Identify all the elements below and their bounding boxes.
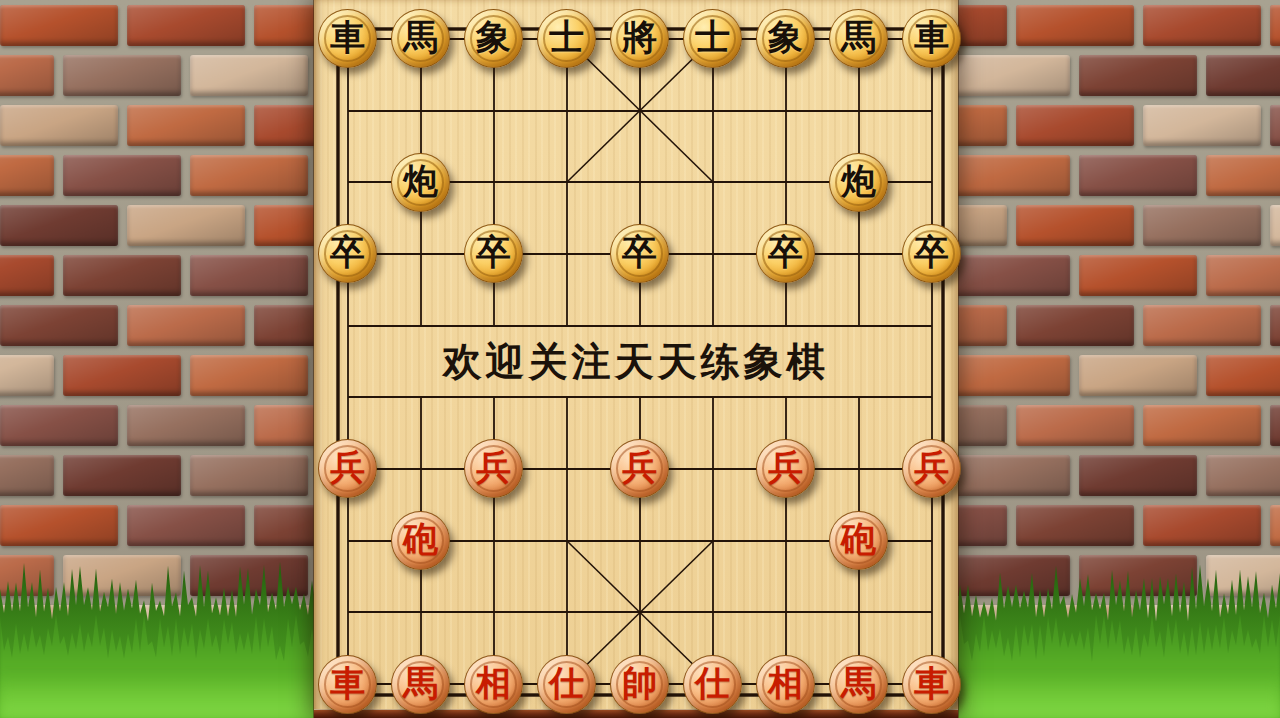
piece-glyph: 卒 — [914, 235, 949, 270]
brick-sheen — [190, 155, 308, 196]
brick — [1016, 305, 1134, 346]
brick-sheen — [1079, 55, 1197, 96]
piece-red-chariot[interactable]: 車 — [902, 655, 961, 714]
piece-glyph: 車 — [914, 666, 949, 701]
brick-sheen — [0, 55, 54, 96]
brick-sheen — [1143, 305, 1261, 346]
brick — [190, 155, 308, 196]
piece-red-general[interactable]: 帥 — [610, 655, 669, 714]
brick — [1270, 505, 1280, 546]
brick-sheen — [190, 255, 308, 296]
piece-red-cannon[interactable]: 砲 — [829, 511, 888, 570]
brick — [0, 405, 118, 446]
piece-black-soldier[interactable]: 卒 — [318, 224, 377, 283]
brick-sheen — [1270, 405, 1280, 446]
brick — [1016, 205, 1134, 246]
brick-sheen — [1206, 455, 1280, 496]
piece-glyph: 帥 — [622, 666, 657, 701]
brick — [190, 55, 308, 96]
piece-black-soldier[interactable]: 卒 — [464, 224, 523, 283]
piece-glyph: 馬 — [403, 20, 438, 55]
brick-sheen — [1270, 205, 1280, 246]
brick — [63, 355, 181, 396]
piece-black-chariot[interactable]: 車 — [318, 9, 377, 68]
brick — [1206, 355, 1280, 396]
brick — [0, 105, 118, 146]
brick-sheen — [1143, 405, 1261, 446]
brick — [127, 205, 245, 246]
piece-red-advisor[interactable]: 仕 — [683, 655, 742, 714]
brick-sheen — [1143, 105, 1261, 146]
piece-red-elephant[interactable]: 相 — [756, 655, 815, 714]
piece-black-chariot[interactable]: 車 — [902, 9, 961, 68]
piece-glyph: 車 — [914, 20, 949, 55]
brick-sheen — [1270, 5, 1280, 46]
brick — [1016, 505, 1134, 546]
piece-red-cannon[interactable]: 砲 — [391, 511, 450, 570]
brick — [190, 255, 308, 296]
brick — [1206, 255, 1280, 296]
brick — [63, 55, 181, 96]
piece-glyph: 兵 — [330, 450, 365, 485]
brick-sheen — [0, 305, 118, 346]
piece-glyph: 仕 — [549, 666, 584, 701]
brick-sheen — [952, 255, 1070, 296]
brick-sheen — [1016, 405, 1134, 446]
brick — [1270, 405, 1280, 446]
brick-sheen — [1016, 205, 1134, 246]
brick-sheen — [1143, 205, 1261, 246]
brick-sheen — [0, 455, 54, 496]
piece-glyph: 卒 — [330, 235, 365, 270]
piece-black-elephant[interactable]: 象 — [464, 9, 523, 68]
brick-sheen — [1270, 505, 1280, 546]
brick-sheen — [952, 355, 1070, 396]
brick-sheen — [0, 205, 118, 246]
piece-black-soldier[interactable]: 卒 — [902, 224, 961, 283]
brick-sheen — [127, 105, 245, 146]
brick-sheen — [63, 155, 181, 196]
piece-glyph: 兵 — [914, 450, 949, 485]
brick — [1079, 455, 1197, 496]
brick-sheen — [1079, 355, 1197, 396]
brick — [63, 455, 181, 496]
piece-glyph: 兵 — [476, 450, 511, 485]
piece-glyph: 將 — [622, 20, 657, 55]
brick — [1016, 5, 1134, 46]
brick-sheen — [1270, 305, 1280, 346]
brick-sheen — [127, 5, 245, 46]
piece-glyph: 馬 — [403, 666, 438, 701]
piece-black-horse[interactable]: 馬 — [829, 9, 888, 68]
piece-glyph: 炮 — [841, 164, 876, 199]
piece-black-cannon[interactable]: 炮 — [391, 153, 450, 212]
brick-sheen — [1079, 455, 1197, 496]
brick — [0, 55, 54, 96]
piece-black-soldier[interactable]: 卒 — [610, 224, 669, 283]
brick-sheen — [1079, 255, 1197, 296]
brick — [0, 305, 118, 346]
brick — [0, 355, 54, 396]
brick — [1079, 355, 1197, 396]
brick — [1143, 505, 1261, 546]
piece-black-general[interactable]: 將 — [610, 9, 669, 68]
brick-sheen — [1270, 105, 1280, 146]
brick-sheen — [1016, 305, 1134, 346]
brick-sheen — [127, 505, 245, 546]
piece-glyph: 象 — [476, 20, 511, 55]
brick-sheen — [1206, 155, 1280, 196]
brick — [0, 205, 118, 246]
brick-sheen — [63, 55, 181, 96]
brick — [1143, 205, 1261, 246]
brick — [1143, 305, 1261, 346]
piece-red-soldier[interactable]: 兵 — [318, 439, 377, 498]
piece-red-horse[interactable]: 馬 — [391, 655, 450, 714]
brick-sheen — [1206, 355, 1280, 396]
brick-sheen — [127, 205, 245, 246]
board-grid: 車馬象士將士象馬車炮炮卒卒卒卒卒兵兵兵兵兵砲砲車馬相仕帥仕相馬車 — [311, 3, 968, 718]
brick — [1079, 55, 1197, 96]
piece-black-cannon[interactable]: 炮 — [829, 153, 888, 212]
piece-glyph: 砲 — [403, 522, 438, 557]
piece-glyph: 相 — [768, 666, 803, 701]
brick-sheen — [0, 405, 118, 446]
brick — [63, 255, 181, 296]
piece-glyph: 馬 — [841, 666, 876, 701]
brick — [1079, 155, 1197, 196]
brick-sheen — [0, 355, 54, 396]
brick-sheen — [952, 455, 1070, 496]
brick — [952, 155, 1070, 196]
brick — [127, 505, 245, 546]
piece-glyph: 車 — [330, 666, 365, 701]
piece-glyph: 卒 — [476, 235, 511, 270]
piece-red-soldier[interactable]: 兵 — [902, 439, 961, 498]
piece-glyph: 士 — [549, 20, 584, 55]
brick-sheen — [1016, 105, 1134, 146]
piece-glyph: 炮 — [403, 164, 438, 199]
brick-sheen — [127, 405, 245, 446]
piece-red-elephant[interactable]: 相 — [464, 655, 523, 714]
brick — [1016, 105, 1134, 146]
brick-sheen — [0, 155, 54, 196]
piece-glyph: 士 — [695, 20, 730, 55]
brick-sheen — [63, 255, 181, 296]
piece-glyph: 砲 — [841, 522, 876, 557]
brick-sheen — [63, 455, 181, 496]
brick — [1270, 105, 1280, 146]
brick-sheen — [0, 105, 118, 146]
brick-sheen — [952, 55, 1070, 96]
brick — [63, 155, 181, 196]
piece-glyph: 相 — [476, 666, 511, 701]
piece-red-soldier[interactable]: 兵 — [756, 439, 815, 498]
brick-sheen — [190, 455, 308, 496]
brick — [0, 155, 54, 196]
piece-glyph: 兵 — [768, 450, 803, 485]
piece-black-elephant[interactable]: 象 — [756, 9, 815, 68]
brick-sheen — [1143, 5, 1261, 46]
piece-red-advisor[interactable]: 仕 — [537, 655, 596, 714]
brick — [1206, 455, 1280, 496]
brick — [1206, 155, 1280, 196]
brick — [0, 255, 54, 296]
brick — [1206, 55, 1280, 96]
brick-sheen — [0, 505, 118, 546]
brick — [1270, 305, 1280, 346]
piece-glyph: 兵 — [622, 450, 657, 485]
brick-sheen — [952, 155, 1070, 196]
piece-black-advisor[interactable]: 士 — [683, 9, 742, 68]
brick — [952, 355, 1070, 396]
brick — [127, 405, 245, 446]
brick-sheen — [0, 255, 54, 296]
brick — [1270, 5, 1280, 46]
piece-red-soldier[interactable]: 兵 — [610, 439, 669, 498]
piece-glyph: 車 — [330, 20, 365, 55]
piece-glyph: 卒 — [768, 235, 803, 270]
brick-sheen — [1016, 505, 1134, 546]
brick — [127, 5, 245, 46]
brick — [1143, 5, 1261, 46]
xiangqi-board: 欢迎关注天天练象棋 車馬象士將士象馬車炮炮卒卒卒卒卒兵兵兵兵兵砲砲車馬相仕帥仕相… — [314, 0, 958, 718]
brick — [190, 455, 308, 496]
piece-red-chariot[interactable]: 車 — [318, 655, 377, 714]
piece-red-soldier[interactable]: 兵 — [464, 439, 523, 498]
brick — [1016, 405, 1134, 446]
brick-sheen — [0, 5, 118, 46]
piece-glyph: 馬 — [841, 20, 876, 55]
brick — [1143, 105, 1261, 146]
brick-sheen — [190, 55, 308, 96]
piece-red-horse[interactable]: 馬 — [829, 655, 888, 714]
brick-sheen — [190, 355, 308, 396]
brick-sheen — [1016, 5, 1134, 46]
brick — [952, 255, 1070, 296]
piece-black-horse[interactable]: 馬 — [391, 9, 450, 68]
piece-black-advisor[interactable]: 士 — [537, 9, 596, 68]
brick-sheen — [1206, 55, 1280, 96]
piece-black-soldier[interactable]: 卒 — [756, 224, 815, 283]
brick — [1270, 205, 1280, 246]
piece-glyph: 仕 — [695, 666, 730, 701]
brick — [952, 455, 1070, 496]
brick — [0, 505, 118, 546]
brick — [1079, 255, 1197, 296]
brick-sheen — [1079, 155, 1197, 196]
piece-glyph: 卒 — [622, 235, 657, 270]
brick-sheen — [1143, 505, 1261, 546]
brick — [952, 55, 1070, 96]
brick — [190, 355, 308, 396]
brick — [127, 305, 245, 346]
brick-sheen — [63, 355, 181, 396]
piece-glyph: 象 — [768, 20, 803, 55]
brick-sheen — [1206, 255, 1280, 296]
brick — [127, 105, 245, 146]
brick — [1143, 405, 1261, 446]
brick — [0, 5, 118, 46]
brick — [0, 455, 54, 496]
brick-sheen — [127, 305, 245, 346]
